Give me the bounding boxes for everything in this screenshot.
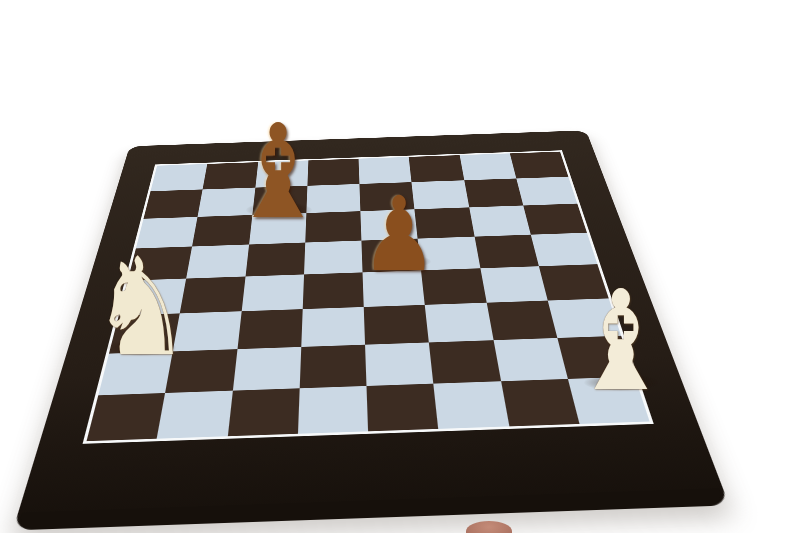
square-g8	[459, 153, 516, 180]
square-g6	[469, 206, 531, 237]
square-a8	[151, 164, 208, 191]
square-d1	[298, 386, 368, 434]
square-c3	[237, 309, 302, 349]
square-c2	[232, 347, 301, 391]
square-e1	[366, 384, 438, 432]
square-c1	[227, 388, 299, 436]
square-h8	[510, 152, 569, 179]
square-g1	[501, 379, 580, 426]
square-g5	[474, 235, 539, 269]
square-d2	[299, 345, 366, 389]
black-bishop-c7[interactable]: ♝	[230, 107, 326, 237]
square-f1	[434, 381, 509, 429]
square-f2	[429, 340, 501, 383]
square-g3	[486, 301, 557, 341]
square-h7	[516, 177, 577, 206]
black-pawn-e5[interactable]: ♟	[361, 183, 437, 286]
square-a7	[143, 189, 202, 218]
square-e3	[364, 305, 429, 345]
square-a1	[87, 393, 166, 441]
square-g2	[493, 338, 568, 381]
fingertip	[466, 521, 512, 533]
square-f3	[425, 303, 493, 343]
square-e2	[365, 342, 433, 386]
square-h6	[523, 204, 587, 235]
square-g4	[480, 266, 548, 302]
square-c4	[241, 274, 304, 311]
white-knight-a3[interactable]: ♞	[91, 240, 190, 375]
white-bishop-h2[interactable]: ♝	[570, 273, 671, 411]
square-d4	[302, 272, 363, 309]
square-b1	[157, 391, 232, 439]
square-b5	[186, 245, 248, 279]
square-g7	[464, 178, 523, 207]
square-d3	[301, 307, 365, 347]
